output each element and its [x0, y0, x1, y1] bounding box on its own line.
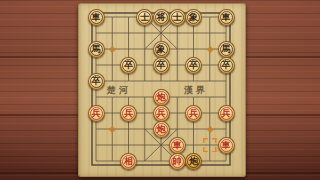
last-move-marker — [203, 138, 217, 152]
piece-red-elephant-left[interactable]: 相 — [120, 153, 137, 170]
piece-black-horse-left[interactable]: 馬 — [88, 41, 105, 58]
piece-black-elephant-center[interactable]: 象 — [153, 41, 170, 58]
piece-black-king[interactable]: 将 — [153, 9, 170, 26]
piece-black-horse-right[interactable]: 馬 — [218, 41, 235, 58]
piece-black-cannon[interactable]: 炮 — [185, 153, 202, 170]
piece-red-chariot-right[interactable]: 車 — [218, 137, 235, 154]
piece-black-advisor-right[interactable]: 士 — [169, 9, 186, 26]
piece-red-cannon-center-rear[interactable]: 炮 — [153, 121, 170, 138]
star-point — [207, 46, 213, 52]
piece-black-pawn-file9[interactable]: 卒 — [218, 57, 235, 74]
piece-red-chariot-left[interactable]: 車 — [169, 137, 186, 154]
piece-red-cannon-center-front[interactable]: 炮 — [153, 89, 170, 106]
piece-red-pawn-file9[interactable]: 兵 — [88, 105, 105, 122]
piece-black-pawn-file7[interactable]: 卒 — [185, 57, 202, 74]
piece-black-pawn-file3[interactable]: 卒 — [120, 57, 137, 74]
star-point — [207, 126, 213, 132]
piece-red-king[interactable]: 帥 — [169, 153, 186, 170]
xiangqi-board[interactable]: 楚河 漢界 車士将士象車馬象馬卒卒卒卒卒炮兵兵兵兵兵炮車車相帥炮 — [78, 3, 246, 177]
piece-black-pawn-file1-advanced[interactable]: 卒 — [88, 73, 105, 90]
piece-red-pawn-file5[interactable]: 兵 — [153, 105, 170, 122]
piece-black-chariot-right[interactable]: 車 — [218, 9, 235, 26]
piece-red-pawn-file7[interactable]: 兵 — [120, 105, 137, 122]
star-point — [109, 126, 115, 132]
piece-black-pawn-file5[interactable]: 卒 — [153, 57, 170, 74]
piece-red-pawn-file1[interactable]: 兵 — [218, 105, 235, 122]
piece-red-pawn-file3[interactable]: 兵 — [185, 105, 202, 122]
star-point — [109, 46, 115, 52]
piece-black-elephant-right[interactable]: 象 — [185, 9, 202, 26]
piece-black-chariot-left[interactable]: 車 — [88, 9, 105, 26]
piece-black-advisor-left[interactable]: 士 — [136, 9, 153, 26]
xiangqi-app: 楚河 漢界 車士将士象車馬象馬卒卒卒卒卒炮兵兵兵兵兵炮車車相帥炮 — [0, 0, 320, 180]
